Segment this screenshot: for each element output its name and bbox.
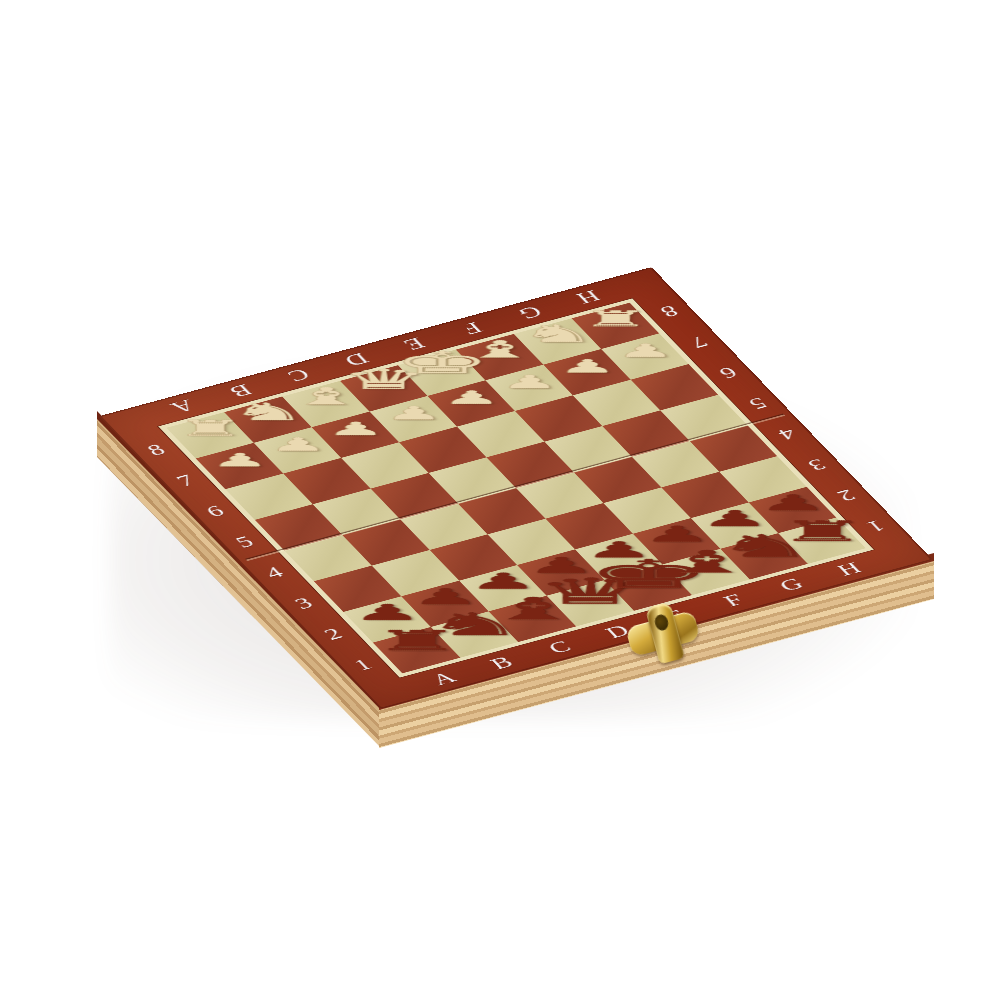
piece-light-pawn-d7[interactable]: ♟ [384, 404, 442, 422]
rank-label-near-4: 4 [260, 563, 288, 582]
rank-label-far-2: 2 [832, 486, 860, 505]
file-label-near-h: H [832, 559, 866, 580]
rank-label-near-5: 5 [230, 532, 258, 551]
rank-label-far-3: 3 [803, 455, 831, 474]
piece-light-pawn-b7[interactable]: ♟ [268, 435, 326, 453]
rank-label-far-6: 6 [714, 363, 742, 382]
piece-light-pawn-g7[interactable]: ♟ [558, 357, 616, 375]
file-label-near-a: A [427, 668, 461, 689]
rank-label-near-1: 1 [348, 655, 376, 674]
file-label-far-a: A [165, 396, 199, 417]
rank-label-far-5: 5 [744, 394, 772, 413]
piece-light-pawn-h7[interactable]: ♟ [616, 341, 674, 359]
piece-light-pawn-a7[interactable]: ♟ [210, 451, 268, 469]
rank-label-far-8: 8 [655, 301, 683, 320]
rank-label-near-6: 6 [201, 501, 229, 520]
file-label-near-b: B [486, 653, 518, 673]
rank-label-near-3: 3 [289, 593, 317, 612]
file-label-far-h: H [571, 287, 605, 308]
piece-light-rook-a8[interactable]: ♜ [175, 417, 244, 439]
file-label-near-g: G [774, 574, 808, 595]
rank-label-near-7: 7 [171, 471, 199, 490]
file-label-near-c: C [543, 637, 575, 657]
rank-label-far-4: 4 [773, 424, 801, 443]
file-label-near-f: F [719, 590, 748, 609]
rank-label-far-7: 7 [685, 332, 713, 351]
piece-light-pawn-e7[interactable]: ♟ [442, 388, 500, 406]
rank-label-near-2: 2 [319, 624, 347, 643]
piece-light-pawn-c7[interactable]: ♟ [326, 419, 384, 437]
piece-light-pawn-f7[interactable]: ♟ [500, 372, 558, 390]
product-photo-scene: AA88BB77CC66DD55EE44FF33GG22HH11 ♜♞♝♛♚♝♞… [0, 0, 1000, 1000]
rank-label-near-8: 8 [142, 440, 170, 459]
